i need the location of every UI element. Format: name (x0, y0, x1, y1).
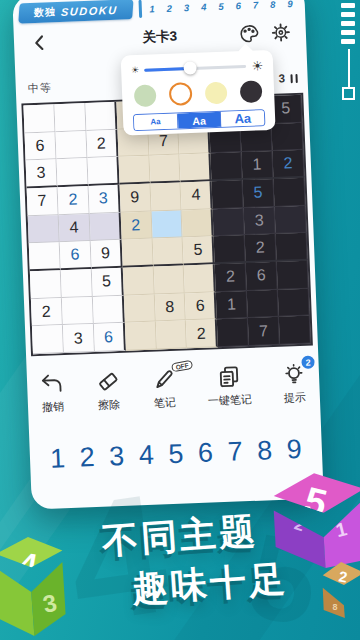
cell-r9c2[interactable]: 3 (63, 324, 95, 353)
cell-r4c4[interactable]: 9 (119, 184, 151, 213)
cell-r6c9[interactable] (276, 233, 308, 262)
cell-r5c2[interactable]: 4 (59, 214, 91, 243)
cell-r6c4[interactable] (121, 239, 153, 268)
cell-r6c2[interactable]: 6 (60, 241, 92, 270)
notes-button[interactable]: OFF 笔记 (150, 362, 178, 421)
eraser-icon (95, 368, 122, 395)
cell-r4c9[interactable] (274, 178, 306, 207)
cell-r6c8[interactable]: 2 (245, 234, 277, 263)
cell-r4c5[interactable] (150, 182, 182, 211)
cell-r7c2[interactable] (61, 269, 93, 298)
cell-r5c4[interactable]: 2 (120, 211, 152, 240)
numpad-2[interactable]: 2 (79, 441, 95, 473)
brightness-row: ☀ ☀ (131, 58, 263, 77)
cell-r6c6[interactable]: 5 (183, 237, 215, 266)
numpad-8[interactable]: 8 (257, 435, 273, 467)
numpad-6[interactable]: 6 (197, 437, 213, 469)
cell-r1c2[interactable] (54, 103, 86, 132)
deco-bar (341, 39, 355, 44)
phone-mockup: 数独 SUDOKU 123456789 关卡3 中等 3 (12, 0, 324, 509)
topbar-digit-3: 3 (184, 2, 190, 13)
cell-r1c1[interactable] (23, 104, 55, 133)
cell-r5c1[interactable] (28, 215, 60, 244)
cell-r3c5[interactable] (149, 155, 181, 184)
theme-swatch-row (132, 79, 265, 107)
brightness-slider[interactable] (144, 64, 246, 71)
dice-face-2: 2 (320, 560, 360, 592)
hint-count-badge: 2 (301, 355, 314, 368)
topbar-digit-4: 4 (201, 1, 207, 12)
cell-r9c6[interactable]: 2 (186, 319, 218, 348)
cell-r4c6[interactable]: 4 (181, 181, 213, 210)
pause-button[interactable] (290, 73, 298, 82)
cell-r9c8[interactable]: 7 (248, 317, 280, 346)
cell-r1c3[interactable] (85, 102, 117, 131)
app-logo: 数独 SUDOKU (18, 0, 133, 24)
cell-r5c9[interactable] (275, 205, 307, 234)
cell-r7c1[interactable] (30, 270, 62, 299)
notes-label: 笔记 (154, 395, 177, 411)
cell-r3c2[interactable] (56, 158, 88, 187)
cell-r3c8[interactable]: 1 (242, 151, 274, 180)
theme-swatch-white[interactable] (169, 82, 193, 106)
cell-r8c8[interactable] (247, 289, 279, 318)
numpad-4[interactable]: 4 (138, 439, 154, 471)
cell-r2c3[interactable]: 2 (86, 130, 118, 159)
magenta-dice: 2 1 5 (268, 472, 360, 568)
theme-swatch-dark[interactable] (240, 80, 263, 103)
sun-dim-icon: ☀ (131, 65, 139, 74)
cell-r7c6[interactable] (184, 264, 216, 293)
deco-bar (341, 21, 355, 26)
erase-button[interactable]: 擦除 (94, 364, 122, 423)
auto-notes-button[interactable]: 一键笔记 (206, 359, 252, 419)
level-title: 关卡3 (14, 23, 306, 52)
cell-r9c5[interactable] (155, 321, 187, 350)
undo-icon (39, 370, 66, 397)
cell-r5c3[interactable] (89, 212, 121, 241)
pen-icon: OFF (151, 366, 178, 393)
side-slider-decoration (341, 3, 357, 101)
timer-text: 3 (278, 72, 285, 84)
cell-r3c6[interactable] (180, 154, 212, 183)
cell-r9c1[interactable] (32, 325, 64, 354)
cell-r8c6[interactable]: 6 (185, 292, 217, 321)
cell-r7c9[interactable] (277, 261, 309, 290)
theme-palette-button[interactable] (237, 22, 260, 45)
cell-r3c1[interactable]: 3 (26, 160, 58, 189)
theme-swatch-green[interactable] (134, 84, 157, 107)
cell-r8c2[interactable] (62, 297, 94, 326)
cell-r8c7[interactable]: 1 (216, 291, 248, 320)
palette-icon (237, 22, 260, 45)
cell-r7c4[interactable] (122, 267, 154, 296)
difficulty-label: 中等 (28, 80, 53, 96)
deco-bar (341, 12, 355, 17)
deco-bar (341, 3, 355, 8)
gear-icon (269, 21, 292, 44)
auto-notes-label: 一键笔记 (208, 392, 253, 409)
topbar-divider (138, 0, 141, 18)
brand-en: SUDOKU (61, 4, 118, 18)
cell-r9c4[interactable] (125, 322, 157, 351)
cell-r5c8[interactable]: 3 (244, 207, 276, 236)
settings-button[interactable] (269, 21, 292, 44)
slider-knob[interactable] (183, 61, 196, 74)
cell-r3c4[interactable] (118, 156, 150, 185)
cell-r8c1[interactable]: 2 (31, 298, 63, 327)
hint-button[interactable]: 2 提示 (280, 357, 308, 416)
font-size-medium[interactable]: Aa (178, 112, 222, 129)
undo-label: 撤销 (42, 399, 65, 415)
copy-notes-icon (216, 363, 243, 390)
topbar-digit-6: 6 (235, 0, 241, 11)
cell-r6c3[interactable]: 9 (90, 240, 122, 269)
cell-r5c7[interactable] (213, 208, 245, 237)
deco-knob (342, 87, 355, 100)
theme-popup: ☀ ☀ Aa Aa Aa (121, 50, 276, 136)
cell-r3c9[interactable]: 2 (273, 150, 305, 179)
toolbar: 撤销 擦除 OFF 笔记 一键笔记 2 提示 (27, 356, 321, 425)
numpad-9[interactable]: 9 (286, 434, 302, 466)
orange-dice: 8 2 (320, 560, 360, 618)
topbar-digit-5: 5 (218, 0, 224, 11)
cell-r6c1[interactable] (29, 242, 61, 271)
cell-r9c3[interactable]: 6 (94, 323, 126, 352)
cell-r6c7[interactable] (214, 235, 246, 264)
deco-bar (341, 30, 355, 35)
theme-swatch-yellow[interactable] (205, 81, 228, 104)
cell-r2c2[interactable] (55, 131, 87, 160)
deco-stem (348, 49, 350, 89)
topbar-digit-7: 7 (253, 0, 259, 10)
cell-r9c7[interactable] (217, 318, 249, 347)
numpad-5[interactable]: 5 (168, 438, 184, 470)
green-dice: 3 4 (0, 536, 68, 636)
cell-r8c9[interactable] (278, 288, 310, 317)
hint-label: 提示 (284, 390, 307, 406)
font-size-small[interactable]: Aa (134, 114, 178, 131)
cell-r4c3[interactable]: 3 (88, 185, 120, 214)
cell-r7c7[interactable]: 2 (215, 263, 247, 292)
cell-r4c2[interactable]: 2 (57, 186, 89, 215)
cell-r7c5[interactable] (153, 265, 185, 294)
timer: 3 (278, 72, 297, 85)
topbar-digit-strip: 123456789 (149, 0, 299, 14)
numpad-3[interactable]: 3 (109, 440, 125, 472)
cell-r6c5[interactable] (152, 238, 184, 267)
cell-r9c9[interactable] (279, 316, 311, 345)
cell-r2c1[interactable]: 6 (25, 132, 57, 161)
topbar-digit-8: 8 (270, 0, 276, 9)
sun-bright-icon: ☀ (251, 59, 263, 72)
brand-cn: 数独 (34, 5, 57, 20)
cell-r3c7[interactable] (211, 152, 243, 181)
topbar-digit-1: 1 (149, 3, 155, 14)
numpad-7[interactable]: 7 (227, 436, 243, 468)
cell-r7c3[interactable]: 5 (92, 268, 124, 297)
undo-button[interactable]: 撤销 (39, 366, 67, 425)
cell-r8c3[interactable] (93, 295, 125, 324)
cell-r5c6[interactable] (182, 209, 214, 238)
cell-r5c5[interactable] (151, 210, 183, 239)
font-size-large[interactable]: Aa (221, 110, 264, 127)
notes-off-badge: OFF (171, 360, 193, 373)
erase-label: 擦除 (98, 397, 121, 413)
bulb-icon: 2 (280, 361, 307, 388)
cell-r4c8[interactable]: 5 (243, 179, 275, 208)
font-size-segments: Aa Aa Aa (133, 109, 266, 131)
cell-r8c4[interactable] (123, 294, 155, 323)
cell-r4c7[interactable] (212, 180, 244, 209)
cell-r3c3[interactable] (87, 157, 119, 186)
cell-r2c9[interactable] (271, 122, 303, 151)
topbar-digit-2: 2 (166, 2, 172, 13)
cell-r8c5[interactable]: 8 (154, 293, 186, 322)
cell-r4c1[interactable]: 7 (27, 187, 59, 216)
topbar-digit-9: 9 (287, 0, 293, 9)
cell-r7c8[interactable]: 6 (246, 262, 278, 291)
numpad-1[interactable]: 1 (49, 443, 65, 475)
